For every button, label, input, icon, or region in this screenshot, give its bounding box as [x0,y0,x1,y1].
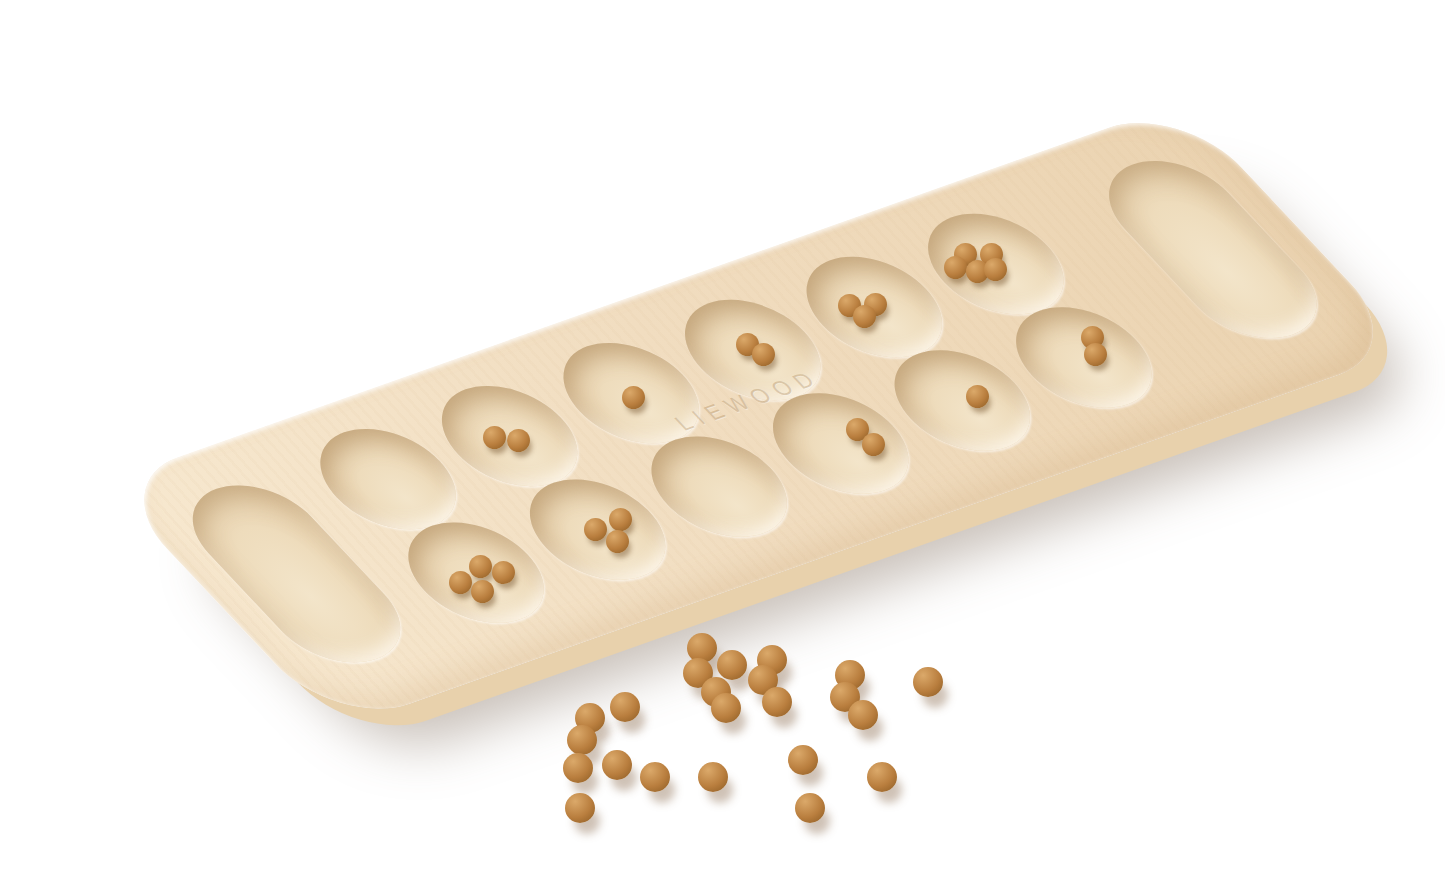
bead-scattered [757,645,787,675]
bead-scattered [610,692,640,722]
store-right-pit[interactable] [1081,146,1344,352]
bead-scattered [698,762,728,792]
bead-scattered [563,753,593,783]
bead-scattered [640,762,670,792]
bead-scattered [711,693,741,723]
bead-scattered [788,745,818,775]
bead-scattered [795,793,825,823]
mancala-board: LIEWOOD [105,102,1412,729]
pit-grid [105,102,1412,729]
bead-scattered [683,658,713,688]
bead-scattered [717,650,747,680]
bead-scattered [748,665,778,695]
bead-scattered [848,700,878,730]
bead-scattered [575,703,605,733]
mancala-photo-scene: LIEWOOD [0,0,1445,891]
bead-scattered [567,725,597,755]
bead-scattered [830,682,860,712]
bead-scattered [687,633,717,663]
bead-scattered [867,762,897,792]
bead-scattered [565,793,595,823]
bead-scattered [762,687,792,717]
bead-scattered [835,660,865,690]
bead-scattered [701,677,731,707]
bead-scattered [913,667,943,697]
bead-scattered [602,750,632,780]
